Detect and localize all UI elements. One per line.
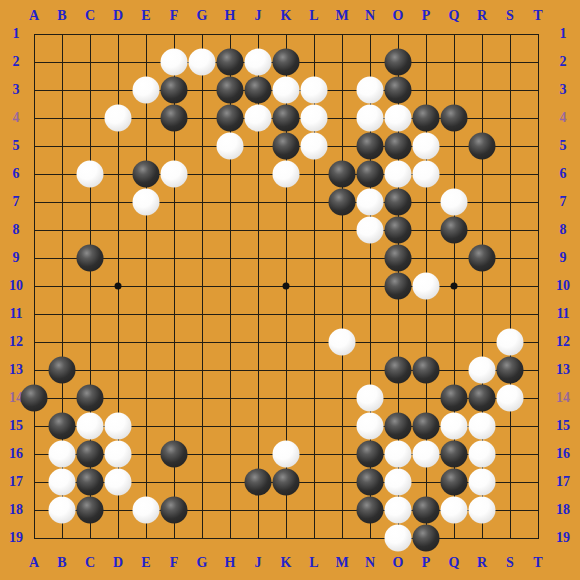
column-label-bottom: K (281, 556, 292, 570)
stone-black (497, 357, 524, 384)
stone-white (301, 105, 328, 132)
column-label-bottom: B (57, 556, 66, 570)
stone-black (385, 49, 412, 76)
stone-white (105, 469, 132, 496)
column-label-top: Q (449, 9, 460, 23)
star-point (283, 283, 290, 290)
column-label-top: O (393, 9, 404, 23)
stone-black (49, 413, 76, 440)
row-label-right: 12 (556, 335, 570, 349)
stone-black (161, 105, 188, 132)
stone-black (161, 441, 188, 468)
row-label-right: 1 (560, 27, 567, 41)
row-label-right: 11 (556, 307, 569, 321)
stone-black (161, 497, 188, 524)
column-label-top: J (255, 9, 262, 23)
column-label-top: L (309, 9, 318, 23)
stone-white (161, 49, 188, 76)
stone-white (413, 133, 440, 160)
stone-black (77, 469, 104, 496)
go-board[interactable]: AABBCCDDEEFFGGHHJJKKLLMMNNOOPPQQRRSSTT11… (0, 0, 580, 580)
stone-black (245, 77, 272, 104)
column-label-top: E (141, 9, 150, 23)
stone-black (273, 105, 300, 132)
column-label-bottom: D (113, 556, 123, 570)
stone-black (217, 77, 244, 104)
column-label-top: H (225, 9, 236, 23)
row-label-right: 5 (560, 139, 567, 153)
column-label-top: A (29, 9, 39, 23)
stone-white (385, 469, 412, 496)
column-label-top: M (335, 9, 348, 23)
stone-white (497, 329, 524, 356)
stone-black (357, 161, 384, 188)
stone-white (357, 413, 384, 440)
stone-black (385, 133, 412, 160)
column-label-top: N (365, 9, 375, 23)
column-label-top: R (477, 9, 487, 23)
stone-white (133, 497, 160, 524)
stone-white (469, 497, 496, 524)
stone-white (385, 497, 412, 524)
star-point (451, 283, 458, 290)
column-label-bottom: R (477, 556, 487, 570)
row-label-left: 3 (13, 83, 20, 97)
star-point (115, 283, 122, 290)
row-label-left: 7 (13, 195, 20, 209)
row-label-right: 19 (556, 531, 570, 545)
stone-white (161, 161, 188, 188)
stone-white (385, 525, 412, 552)
row-label-left: 12 (9, 335, 23, 349)
stone-white (273, 77, 300, 104)
row-label-left: 16 (9, 447, 23, 461)
stone-black (413, 525, 440, 552)
column-label-top: P (422, 9, 431, 23)
stone-black (441, 105, 468, 132)
stone-white (133, 189, 160, 216)
stone-black (441, 385, 468, 412)
column-label-bottom: L (309, 556, 318, 570)
stone-black (329, 161, 356, 188)
row-label-right: 8 (560, 223, 567, 237)
row-label-right: 16 (556, 447, 570, 461)
stone-black (385, 217, 412, 244)
row-label-left: 6 (13, 167, 20, 181)
row-label-left: 13 (9, 363, 23, 377)
row-label-right: 7 (560, 195, 567, 209)
stone-black (413, 357, 440, 384)
stone-black (357, 441, 384, 468)
stone-white (469, 441, 496, 468)
column-label-bottom: E (141, 556, 150, 570)
stone-black (469, 245, 496, 272)
stone-white (385, 441, 412, 468)
stone-black (77, 245, 104, 272)
stone-black (329, 189, 356, 216)
row-label-right: 13 (556, 363, 570, 377)
row-label-left: 2 (13, 55, 20, 69)
column-label-top: T (533, 9, 542, 23)
stone-white (413, 273, 440, 300)
column-label-top: F (170, 9, 179, 23)
stone-white (105, 413, 132, 440)
row-label-right: 18 (556, 503, 570, 517)
stone-black (385, 189, 412, 216)
stone-white (469, 469, 496, 496)
column-label-bottom: T (533, 556, 542, 570)
stone-black (273, 49, 300, 76)
stone-black (413, 105, 440, 132)
stone-white (357, 105, 384, 132)
stone-black (245, 469, 272, 496)
column-label-bottom: J (255, 556, 262, 570)
stone-white (413, 161, 440, 188)
stone-white (301, 133, 328, 160)
stone-white (385, 105, 412, 132)
stone-white (357, 217, 384, 244)
column-label-top: K (281, 9, 292, 23)
stone-black (385, 357, 412, 384)
row-label-left: 1 (13, 27, 20, 41)
row-label-left: 15 (9, 419, 23, 433)
stone-black (49, 357, 76, 384)
column-label-bottom: M (335, 556, 348, 570)
stone-black (385, 413, 412, 440)
stone-black (77, 441, 104, 468)
row-label-left: 17 (9, 475, 23, 489)
row-label-right: 10 (556, 279, 570, 293)
stone-white (49, 441, 76, 468)
column-label-top: C (85, 9, 95, 23)
stone-white (441, 497, 468, 524)
column-label-bottom: O (393, 556, 404, 570)
stone-white (385, 161, 412, 188)
stone-white (469, 413, 496, 440)
stone-black (441, 441, 468, 468)
column-label-bottom: A (29, 556, 39, 570)
column-label-bottom: H (225, 556, 236, 570)
stone-white (189, 49, 216, 76)
row-label-left: 8 (13, 223, 20, 237)
stone-white (217, 133, 244, 160)
column-label-top: D (113, 9, 123, 23)
row-label-right: 6 (560, 167, 567, 181)
stone-white (273, 161, 300, 188)
row-label-left: 10 (9, 279, 23, 293)
row-label-right: 14 (556, 391, 570, 405)
stone-black (273, 133, 300, 160)
stone-white (49, 497, 76, 524)
stone-black (21, 385, 48, 412)
stone-black (357, 469, 384, 496)
stone-white (413, 441, 440, 468)
stone-black (385, 245, 412, 272)
stone-black (441, 469, 468, 496)
row-label-right: 15 (556, 419, 570, 433)
row-label-left: 18 (9, 503, 23, 517)
column-label-bottom: F (170, 556, 179, 570)
column-label-bottom: P (422, 556, 431, 570)
stone-black (385, 273, 412, 300)
stone-white (357, 77, 384, 104)
stone-black (161, 77, 188, 104)
stone-white (357, 385, 384, 412)
column-label-top: B (57, 9, 66, 23)
stone-white (245, 49, 272, 76)
row-label-right: 4 (560, 111, 567, 125)
stone-black (77, 385, 104, 412)
stone-white (301, 77, 328, 104)
column-label-bottom: S (506, 556, 514, 570)
stone-white (273, 441, 300, 468)
column-label-bottom: G (197, 556, 208, 570)
column-label-bottom: C (85, 556, 95, 570)
stone-white (469, 357, 496, 384)
row-label-right: 2 (560, 55, 567, 69)
row-label-left: 11 (9, 307, 22, 321)
row-label-right: 3 (560, 83, 567, 97)
stone-white (77, 413, 104, 440)
stone-black (413, 413, 440, 440)
stone-white (49, 469, 76, 496)
stone-black (469, 385, 496, 412)
stone-black (469, 133, 496, 160)
stone-white (441, 413, 468, 440)
stone-black (413, 497, 440, 524)
stone-white (357, 189, 384, 216)
stone-white (245, 105, 272, 132)
stone-black (441, 217, 468, 244)
column-label-top: G (197, 9, 208, 23)
row-label-right: 9 (560, 251, 567, 265)
stone-black (217, 105, 244, 132)
stone-black (133, 161, 160, 188)
stone-white (497, 385, 524, 412)
column-label-bottom: Q (449, 556, 460, 570)
row-label-left: 19 (9, 531, 23, 545)
row-label-left: 9 (13, 251, 20, 265)
stone-white (329, 329, 356, 356)
stone-white (105, 105, 132, 132)
stone-black (273, 469, 300, 496)
stone-white (441, 189, 468, 216)
column-label-top: S (506, 9, 514, 23)
stone-white (105, 441, 132, 468)
row-label-right: 17 (556, 475, 570, 489)
stone-black (77, 497, 104, 524)
stone-black (217, 49, 244, 76)
stone-white (77, 161, 104, 188)
stone-black (357, 133, 384, 160)
stone-black (385, 77, 412, 104)
row-label-left: 5 (13, 139, 20, 153)
stone-black (357, 497, 384, 524)
row-label-left: 4 (13, 111, 20, 125)
column-label-bottom: N (365, 556, 375, 570)
stone-white (133, 77, 160, 104)
